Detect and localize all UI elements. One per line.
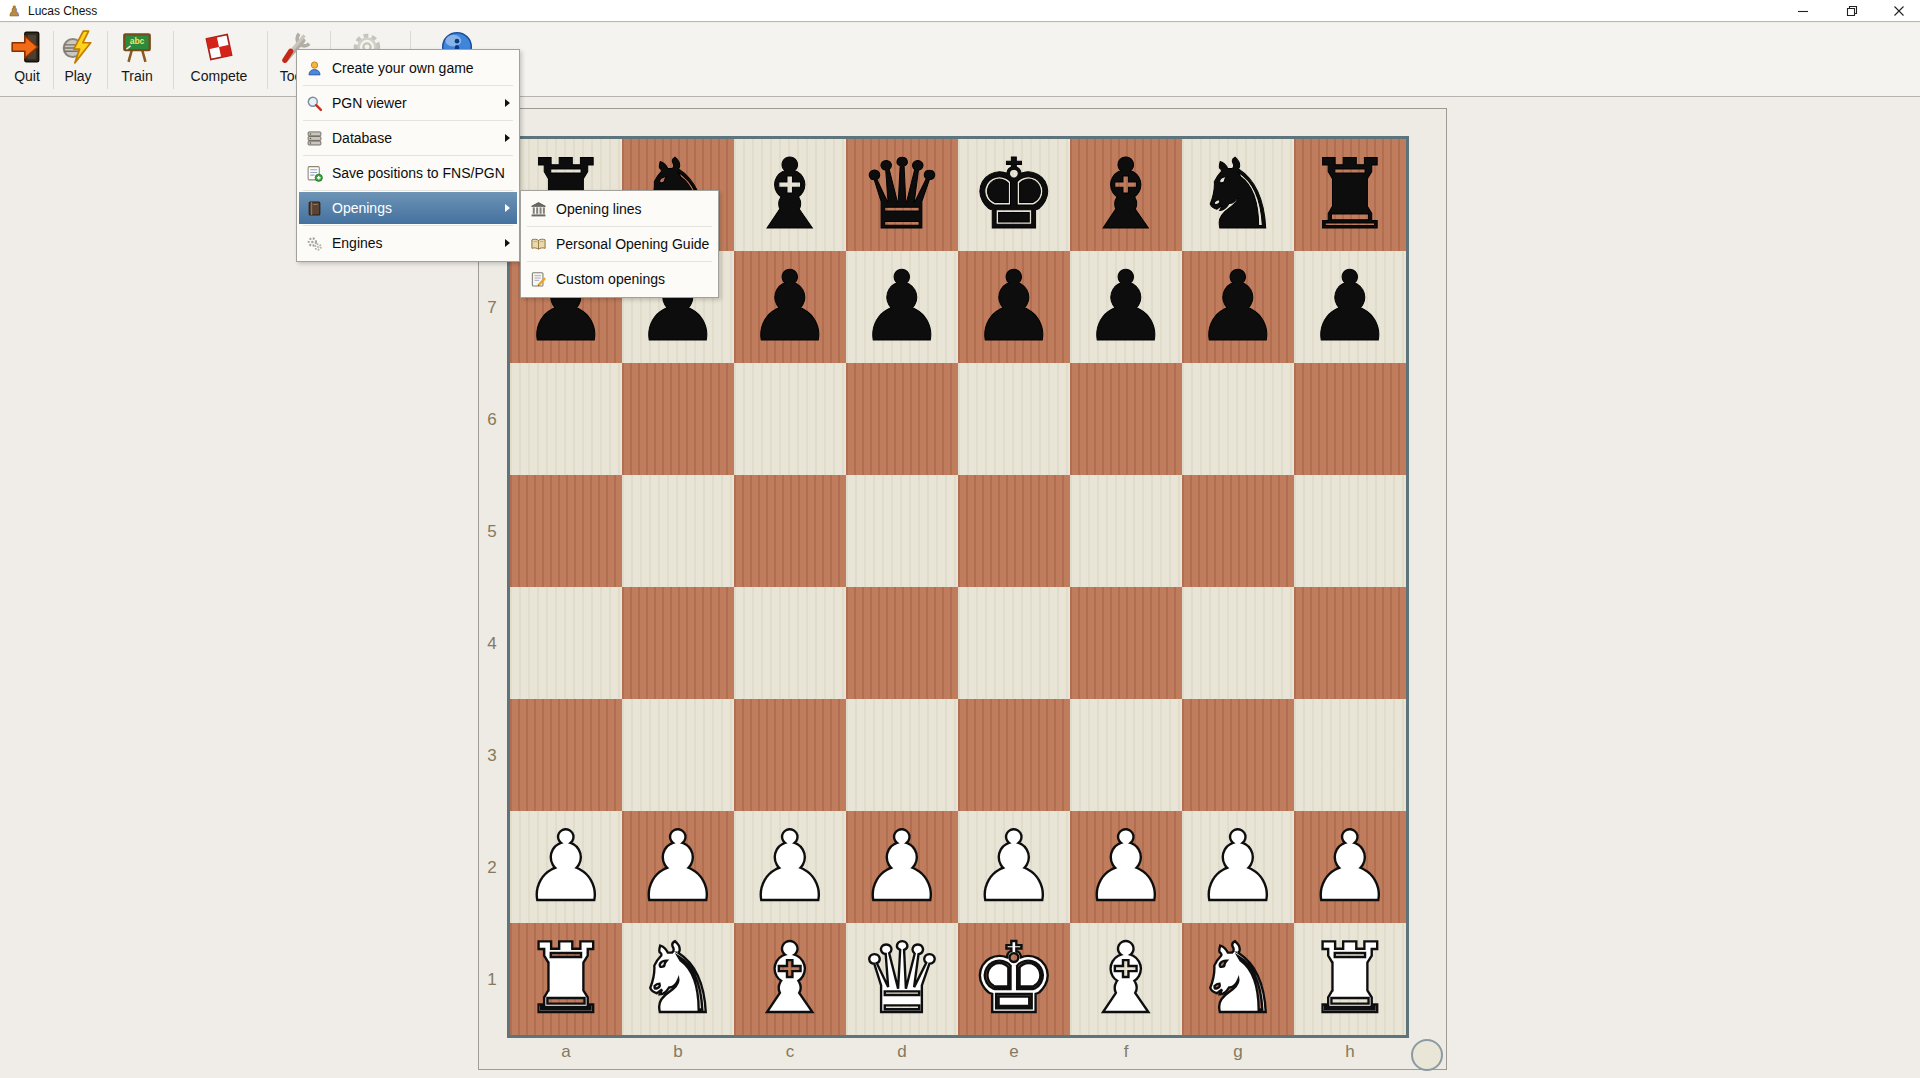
file-label-f: f <box>1070 1041 1182 1063</box>
square-b1[interactable]: ♞ <box>622 923 734 1035</box>
submenu-arrow-icon <box>505 239 510 247</box>
square-e5[interactable] <box>958 475 1070 587</box>
quit-icon <box>9 29 45 65</box>
square-h6[interactable] <box>1294 363 1406 475</box>
rank-label-3: 3 <box>478 700 506 812</box>
toolbar-button-quit[interactable]: Quit <box>2 29 52 84</box>
black-pawn-piece: ♟ <box>1195 251 1282 363</box>
toolbar-button-label: Quit <box>14 68 40 84</box>
square-g6[interactable] <box>1182 363 1294 475</box>
square-e8[interactable]: ♚ <box>958 139 1070 251</box>
minimize-icon <box>1797 5 1809 17</box>
submenu-arrow-icon <box>505 204 510 212</box>
white-rook-piece: ♜ <box>1307 923 1394 1035</box>
restore-icon <box>1846 5 1858 17</box>
white-bishop-piece: ♝ <box>747 923 834 1035</box>
menu-item-label: Engines <box>332 235 383 251</box>
menu-item-engines[interactable]: Engines <box>299 227 517 259</box>
compete-icon <box>201 29 237 65</box>
white-pawn-piece: ♟ <box>1307 811 1394 923</box>
white-pawn-piece: ♟ <box>971 811 1058 923</box>
menu-separator <box>527 261 712 262</box>
white-rook-piece: ♜ <box>523 923 610 1035</box>
submenu-item-personal-opening-guide[interactable]: Personal Opening Guide <box>523 228 716 260</box>
square-a6[interactable] <box>510 363 622 475</box>
person-icon <box>306 60 323 77</box>
toolbar-button-play[interactable]: Play <box>53 29 103 84</box>
menu-item-label: Personal Opening Guide <box>556 236 709 252</box>
notepad-pencil-icon <box>530 271 547 288</box>
save-list-icon <box>306 165 323 182</box>
gears-icon <box>306 235 323 252</box>
rank-label-6: 6 <box>478 364 506 476</box>
square-f8[interactable]: ♝ <box>1070 139 1182 251</box>
toolbar-separator <box>173 31 174 89</box>
square-g1[interactable]: ♞ <box>1182 923 1294 1035</box>
square-h2[interactable]: ♟ <box>1294 811 1406 923</box>
menu-item-label: Save positions to FNS/PGN <box>332 165 505 181</box>
database-icon <box>306 130 323 147</box>
square-d2[interactable]: ♟ <box>846 811 958 923</box>
menu-item-openings[interactable]: Openings <box>299 192 517 224</box>
rank-label-4: 4 <box>478 588 506 700</box>
file-label-h: h <box>1294 1041 1406 1063</box>
square-h3[interactable] <box>1294 699 1406 811</box>
white-knight-piece: ♞ <box>1195 923 1282 1035</box>
square-f6[interactable] <box>1070 363 1182 475</box>
square-h5[interactable] <box>1294 475 1406 587</box>
square-b6[interactable] <box>622 363 734 475</box>
toolbar-separator <box>107 31 108 89</box>
menu-item-label: Opening lines <box>556 201 642 217</box>
menu-item-database[interactable]: Database <box>299 122 517 154</box>
white-knight-piece: ♞ <box>635 923 722 1035</box>
magnifier-icon <box>306 95 323 112</box>
square-g8[interactable]: ♞ <box>1182 139 1294 251</box>
turn-indicator <box>1411 1039 1443 1071</box>
white-bishop-piece: ♝ <box>1083 923 1170 1035</box>
file-label-a: a <box>510 1041 622 1063</box>
menu-separator <box>303 155 513 156</box>
toolbar-button-label: Compete <box>191 68 248 84</box>
black-pawn-piece: ♟ <box>1083 251 1170 363</box>
minimize-button[interactable] <box>1783 0 1823 22</box>
submenu-item-custom-openings[interactable]: Custom openings <box>523 263 716 295</box>
black-king-piece: ♚ <box>971 139 1058 251</box>
toolbar: QuitPlayabcTrainCompeteTools <box>0 23 1920 97</box>
white-king-piece: ♚ <box>971 923 1058 1035</box>
square-f1[interactable]: ♝ <box>1070 923 1182 1035</box>
menu-separator <box>303 120 513 121</box>
close-icon <box>1893 5 1905 17</box>
menu-separator <box>303 225 513 226</box>
menu-item-label: PGN viewer <box>332 95 407 111</box>
square-d6[interactable] <box>846 363 958 475</box>
toolbar-button-label: Train <box>121 68 152 84</box>
square-c7[interactable]: ♟ <box>734 251 846 363</box>
menu-item-create-your-own-game[interactable]: Create your own game <box>299 52 517 84</box>
square-f2[interactable]: ♟ <box>1070 811 1182 923</box>
square-d5[interactable] <box>846 475 958 587</box>
white-pawn-piece: ♟ <box>747 811 834 923</box>
square-f4[interactable] <box>1070 587 1182 699</box>
title-bar: ♟ Lucas Chess <box>0 0 1920 22</box>
square-e2[interactable]: ♟ <box>958 811 1070 923</box>
square-e3[interactable] <box>958 699 1070 811</box>
square-b5[interactable] <box>622 475 734 587</box>
square-g2[interactable]: ♟ <box>1182 811 1294 923</box>
square-h1[interactable]: ♜ <box>1294 923 1406 1035</box>
open-book-icon <box>530 236 547 253</box>
black-rook-piece: ♜ <box>1307 139 1394 251</box>
submenu-arrow-icon <box>505 99 510 107</box>
square-g4[interactable] <box>1182 587 1294 699</box>
train-icon: abc <box>119 29 155 65</box>
menu-item-label: Database <box>332 130 392 146</box>
toolbar-button-train[interactable]: abcTrain <box>108 29 167 84</box>
black-bishop-piece: ♝ <box>1083 139 1170 251</box>
white-pawn-piece: ♟ <box>1083 811 1170 923</box>
square-g5[interactable] <box>1182 475 1294 587</box>
white-queen-piece: ♛ <box>859 923 946 1035</box>
black-pawn-piece: ♟ <box>747 251 834 363</box>
square-c1[interactable]: ♝ <box>734 923 846 1035</box>
white-pawn-piece: ♟ <box>1195 811 1282 923</box>
file-label-g: g <box>1182 1041 1294 1063</box>
square-g3[interactable] <box>1182 699 1294 811</box>
square-b2[interactable]: ♟ <box>622 811 734 923</box>
file-label-b: b <box>622 1041 734 1063</box>
black-pawn-piece: ♟ <box>1307 251 1394 363</box>
square-a4[interactable] <box>510 587 622 699</box>
menu-separator <box>303 85 513 86</box>
tools-menu: Create your own gamePGN viewerDatabaseSa… <box>296 49 520 262</box>
square-h8[interactable]: ♜ <box>1294 139 1406 251</box>
bank-icon <box>530 201 547 218</box>
square-d8[interactable]: ♛ <box>846 139 958 251</box>
square-e1[interactable]: ♚ <box>958 923 1070 1035</box>
square-e6[interactable] <box>958 363 1070 475</box>
square-a2[interactable]: ♟ <box>510 811 622 923</box>
file-label-d: d <box>846 1041 958 1063</box>
square-c4[interactable] <box>734 587 846 699</box>
square-a3[interactable] <box>510 699 622 811</box>
square-e7[interactable]: ♟ <box>958 251 1070 363</box>
square-c2[interactable]: ♟ <box>734 811 846 923</box>
square-b3[interactable] <box>622 699 734 811</box>
menu-separator <box>527 226 712 227</box>
file-label-e: e <box>958 1041 1070 1063</box>
black-pawn-piece: ♟ <box>859 251 946 363</box>
black-bishop-piece: ♝ <box>747 139 834 251</box>
square-e4[interactable] <box>958 587 1070 699</box>
square-h4[interactable] <box>1294 587 1406 699</box>
square-a1[interactable]: ♜ <box>510 923 622 1035</box>
play-icon <box>60 29 96 65</box>
square-f5[interactable] <box>1070 475 1182 587</box>
square-b4[interactable] <box>622 587 734 699</box>
restore-button[interactable] <box>1832 0 1872 22</box>
window-title: Lucas Chess <box>28 4 97 18</box>
app-pawn-icon: ♟ <box>8 3 22 19</box>
toolbar-separator <box>267 31 268 89</box>
rank-label-2: 2 <box>478 812 506 924</box>
square-c6[interactable] <box>734 363 846 475</box>
black-knight-piece: ♞ <box>1195 139 1282 251</box>
square-d4[interactable] <box>846 587 958 699</box>
square-d1[interactable]: ♛ <box>846 923 958 1035</box>
toolbar-button-label: Play <box>64 68 91 84</box>
square-h7[interactable]: ♟ <box>1294 251 1406 363</box>
openings-submenu: Opening linesPersonal Opening GuideCusto… <box>520 190 719 298</box>
svg-text:abc: abc <box>130 36 145 46</box>
white-pawn-piece: ♟ <box>635 811 722 923</box>
book-icon <box>306 200 323 217</box>
square-g7[interactable]: ♟ <box>1182 251 1294 363</box>
square-f3[interactable] <box>1070 699 1182 811</box>
menu-item-label: Create your own game <box>332 60 474 76</box>
square-c3[interactable] <box>734 699 846 811</box>
square-d3[interactable] <box>846 699 958 811</box>
square-c8[interactable]: ♝ <box>734 139 846 251</box>
square-f7[interactable]: ♟ <box>1070 251 1182 363</box>
menu-item-label: Custom openings <box>556 271 665 287</box>
menu-item-save-positions-to-fns-pgn[interactable]: Save positions to FNS/PGN <box>299 157 517 189</box>
toolbar-button-compete[interactable]: Compete <box>181 29 258 84</box>
submenu-arrow-icon <box>505 134 510 142</box>
rank-label-7: 7 <box>478 252 506 364</box>
toolbar-separator <box>53 31 54 89</box>
file-label-c: c <box>734 1041 846 1063</box>
submenu-item-opening-lines[interactable]: Opening lines <box>523 193 716 225</box>
close-button[interactable] <box>1879 0 1919 22</box>
menu-item-pgn-viewer[interactable]: PGN viewer <box>299 87 517 119</box>
rank-label-1: 1 <box>478 924 506 1036</box>
menu-separator <box>303 190 513 191</box>
square-d7[interactable]: ♟ <box>846 251 958 363</box>
black-queen-piece: ♛ <box>859 139 946 251</box>
rank-label-5: 5 <box>478 476 506 588</box>
square-a5[interactable] <box>510 475 622 587</box>
square-c5[interactable] <box>734 475 846 587</box>
white-pawn-piece: ♟ <box>859 811 946 923</box>
menu-item-label: Openings <box>332 200 392 216</box>
black-pawn-piece: ♟ <box>971 251 1058 363</box>
white-pawn-piece: ♟ <box>523 811 610 923</box>
